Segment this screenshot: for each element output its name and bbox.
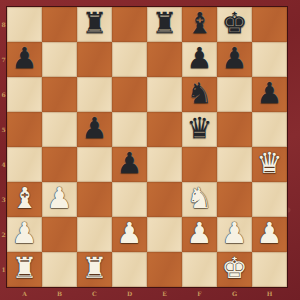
square-d6[interactable] [112, 77, 147, 112]
square-c6[interactable] [77, 77, 112, 112]
square-b2[interactable] [42, 217, 77, 252]
square-e8[interactable]: ♜ [147, 7, 182, 42]
black-rook-c8[interactable]: ♜ [82, 6, 108, 41]
black-rook-e8[interactable]: ♜ [152, 6, 178, 41]
black-pawn-c5[interactable]: ♟ [82, 111, 108, 146]
white-rook-c1[interactable]: ♜ [82, 251, 108, 286]
square-e2[interactable] [147, 217, 182, 252]
square-b7[interactable] [42, 42, 77, 77]
rank-label-3: 3 [0, 182, 7, 217]
square-g7[interactable]: ♟ [217, 42, 252, 77]
rank-label-2: 2 [0, 217, 7, 252]
square-c3[interactable] [77, 182, 112, 217]
file-label-f: F [182, 287, 217, 300]
black-king-g8[interactable]: ♚ [222, 6, 248, 41]
square-a7[interactable]: ♟ [7, 42, 42, 77]
rank-label-5: 5 [0, 112, 7, 147]
square-f1[interactable] [182, 252, 217, 287]
file-label-b: B [42, 287, 77, 300]
square-h4[interactable]: ♛ [252, 147, 287, 182]
file-label-a: A [7, 287, 42, 300]
square-h2[interactable]: ♟ [252, 217, 287, 252]
square-h5[interactable] [252, 112, 287, 147]
square-g6[interactable] [217, 77, 252, 112]
file-labels: ABCDEFGH [7, 287, 287, 300]
rank-label-4: 4 [0, 147, 7, 182]
square-e7[interactable] [147, 42, 182, 77]
rank-label-7: 7 [0, 42, 7, 77]
square-c1[interactable]: ♜ [77, 252, 112, 287]
file-label-c: C [77, 287, 112, 300]
file-label-h: H [252, 287, 287, 300]
white-pawn-a2[interactable]: ♟ [12, 216, 38, 251]
square-g4[interactable] [217, 147, 252, 182]
square-c8[interactable]: ♜ [77, 7, 112, 42]
chess-board[interactable]: ♜♜♝♚♟♟♟♞♟♟♛♟♛♝♟♞♟♟♟♟♟♜♜♚ [7, 7, 287, 287]
square-e5[interactable] [147, 112, 182, 147]
white-pawn-b3[interactable]: ♟ [47, 181, 73, 216]
square-h7[interactable] [252, 42, 287, 77]
square-f3[interactable]: ♞ [182, 182, 217, 217]
square-c4[interactable] [77, 147, 112, 182]
square-b6[interactable] [42, 77, 77, 112]
square-e3[interactable] [147, 182, 182, 217]
square-a2[interactable]: ♟ [7, 217, 42, 252]
square-g3[interactable] [217, 182, 252, 217]
square-b8[interactable] [42, 7, 77, 42]
square-a8[interactable] [7, 7, 42, 42]
black-bishop-f8[interactable]: ♝ [187, 6, 213, 41]
square-f6[interactable]: ♞ [182, 77, 217, 112]
square-e1[interactable] [147, 252, 182, 287]
square-f7[interactable]: ♟ [182, 42, 217, 77]
square-e4[interactable] [147, 147, 182, 182]
square-c5[interactable]: ♟ [77, 112, 112, 147]
square-h6[interactable]: ♟ [252, 77, 287, 112]
square-b3[interactable]: ♟ [42, 182, 77, 217]
white-queen-h4[interactable]: ♛ [257, 146, 283, 181]
white-pawn-g2[interactable]: ♟ [222, 216, 248, 251]
black-pawn-f7[interactable]: ♟ [187, 41, 213, 76]
file-label-e: E [147, 287, 182, 300]
square-b4[interactable] [42, 147, 77, 182]
black-pawn-d4[interactable]: ♟ [117, 146, 143, 181]
rank-label-1: 1 [0, 252, 7, 287]
square-g1[interactable]: ♚ [217, 252, 252, 287]
square-h8[interactable] [252, 7, 287, 42]
square-g5[interactable] [217, 112, 252, 147]
rank-label-8: 8 [0, 7, 7, 42]
square-d5[interactable] [112, 112, 147, 147]
square-a1[interactable]: ♜ [7, 252, 42, 287]
black-pawn-h6[interactable]: ♟ [257, 76, 283, 111]
white-king-g1[interactable]: ♚ [222, 251, 248, 286]
square-f2[interactable]: ♟ [182, 217, 217, 252]
square-d3[interactable] [112, 182, 147, 217]
rank-label-6: 6 [0, 77, 7, 112]
black-knight-f6[interactable]: ♞ [187, 76, 213, 111]
white-bishop-a3[interactable]: ♝ [12, 181, 38, 216]
white-pawn-h2[interactable]: ♟ [257, 216, 283, 251]
file-label-g: G [217, 287, 252, 300]
white-pawn-f2[interactable]: ♟ [187, 216, 213, 251]
black-pawn-a7[interactable]: ♟ [12, 41, 38, 76]
chess-board-frame: 87654321 ♜♜♝♚♟♟♟♞♟♟♛♟♛♝♟♞♟♟♟♟♟♜♜♚ ABCDEF… [0, 0, 300, 300]
square-d2[interactable]: ♟ [112, 217, 147, 252]
square-f8[interactable]: ♝ [182, 7, 217, 42]
black-pawn-g7[interactable]: ♟ [222, 41, 248, 76]
square-g8[interactable]: ♚ [217, 7, 252, 42]
square-d8[interactable] [112, 7, 147, 42]
square-h1[interactable] [252, 252, 287, 287]
square-a6[interactable] [7, 77, 42, 112]
square-d4[interactable]: ♟ [112, 147, 147, 182]
square-h3[interactable] [252, 182, 287, 217]
white-pawn-d2[interactable]: ♟ [117, 216, 143, 251]
rank-labels: 87654321 [0, 7, 7, 287]
square-a3[interactable]: ♝ [7, 182, 42, 217]
square-a4[interactable] [7, 147, 42, 182]
file-label-d: D [112, 287, 147, 300]
square-d7[interactable] [112, 42, 147, 77]
square-g2[interactable]: ♟ [217, 217, 252, 252]
square-d1[interactable] [112, 252, 147, 287]
square-b1[interactable] [42, 252, 77, 287]
square-c2[interactable] [77, 217, 112, 252]
square-f4[interactable] [182, 147, 217, 182]
black-queen-f5[interactable]: ♛ [187, 111, 213, 146]
white-knight-f3[interactable]: ♞ [187, 181, 213, 216]
square-e6[interactable] [147, 77, 182, 112]
square-a5[interactable] [7, 112, 42, 147]
white-rook-a1[interactable]: ♜ [12, 251, 38, 286]
square-c7[interactable] [77, 42, 112, 77]
square-b5[interactable] [42, 112, 77, 147]
square-f5[interactable]: ♛ [182, 112, 217, 147]
